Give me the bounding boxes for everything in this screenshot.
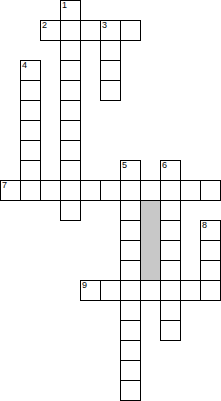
crossword-cell-r11c6[interactable]: [120, 220, 141, 241]
crossword-cell-r14c10[interactable]: [200, 280, 221, 301]
crossword-cell-r4c5[interactable]: [100, 80, 121, 101]
crossword-cell-r9c3[interactable]: [60, 180, 81, 201]
crossword-cell-r4c1[interactable]: [20, 80, 41, 101]
crossword-cell-r9c6[interactable]: [120, 180, 141, 201]
crossword-cell-r10c8[interactable]: [160, 200, 181, 221]
crossword-cell-r7c1[interactable]: [20, 140, 41, 161]
crossword-cell-r9c10[interactable]: [200, 180, 221, 201]
crossword-cell-r14c6[interactable]: [120, 280, 141, 301]
crossword-cell-r5c3[interactable]: [60, 100, 81, 121]
crossword-cell-r12c10[interactable]: [200, 240, 221, 261]
crossword-cell-r14c8[interactable]: [160, 280, 181, 301]
crossword-cell-r13c8[interactable]: [160, 260, 181, 281]
clue-number-6: 6: [162, 161, 167, 170]
crossword-cell-r8c3[interactable]: [60, 160, 81, 181]
crossword-cell-r9c0[interactable]: 7: [0, 180, 21, 201]
crossword-cell-r15c6[interactable]: [120, 300, 141, 321]
clue-number-8: 8: [202, 221, 207, 230]
crossword-cell-r8c6[interactable]: 5: [120, 160, 141, 181]
crossword-cell-r14c5[interactable]: [100, 280, 121, 301]
crossword-cell-r12c8[interactable]: [160, 240, 181, 261]
clue-number-2: 2: [42, 21, 47, 30]
crossword-cell-r9c1[interactable]: [20, 180, 41, 201]
crossword-cell-r7c3[interactable]: [60, 140, 81, 161]
crossword-cell-r4c3[interactable]: [60, 80, 81, 101]
crossword-grid: 123456789: [0, 0, 221, 401]
crossword-cell-r16c8[interactable]: [160, 320, 181, 341]
crossword-cell-r1c3[interactable]: [60, 20, 81, 41]
crossword-cell-r9c7[interactable]: [140, 180, 161, 201]
crossword-cell-r3c5[interactable]: [100, 60, 121, 81]
crossword-cell-r1c5[interactable]: 3: [100, 20, 121, 41]
crossword-cell-r5c1[interactable]: [20, 100, 41, 121]
clue-number-7: 7: [2, 181, 7, 190]
crossword-cell-r11c10[interactable]: 8: [200, 220, 221, 241]
crossword-cell-r19c6[interactable]: [120, 380, 141, 401]
crossword-cell-r8c8[interactable]: 6: [160, 160, 181, 181]
clue-number-4: 4: [22, 61, 27, 70]
crossword-cell-r14c7[interactable]: [140, 280, 161, 301]
crossword-cell-r14c4[interactable]: 9: [80, 280, 101, 301]
crossword-cell-r8c1[interactable]: [20, 160, 41, 181]
crossword-cell-r12c6[interactable]: [120, 240, 141, 261]
crossword-cell-r3c3[interactable]: [60, 60, 81, 81]
crossword-cell-r9c2[interactable]: [40, 180, 61, 201]
crossword-cell-r9c4[interactable]: [80, 180, 101, 201]
crossword-cell-r9c5[interactable]: [100, 180, 121, 201]
crossword-cell-r13c6[interactable]: [120, 260, 141, 281]
crossword-cell-r9c9[interactable]: [180, 180, 201, 201]
crossword-cell-r1c4[interactable]: [80, 20, 101, 41]
clue-number-3: 3: [102, 21, 107, 30]
clue-number-9: 9: [82, 281, 87, 290]
crossword-cell-r18c6[interactable]: [120, 360, 141, 381]
shaded-word-slot[interactable]: [140, 200, 161, 281]
crossword-cell-r17c6[interactable]: [120, 340, 141, 361]
crossword-cell-r1c6[interactable]: [120, 20, 141, 41]
crossword-cell-r2c5[interactable]: [100, 40, 121, 61]
crossword-cell-r11c8[interactable]: [160, 220, 181, 241]
crossword-cell-r0c3[interactable]: 1: [60, 0, 81, 21]
crossword-cell-r2c3[interactable]: [60, 40, 81, 61]
crossword-cell-r10c6[interactable]: [120, 200, 141, 221]
crossword-cell-r9c8[interactable]: [160, 180, 181, 201]
crossword-cell-r6c1[interactable]: [20, 120, 41, 141]
crossword-cell-r15c8[interactable]: [160, 300, 181, 321]
crossword-cell-r10c3[interactable]: [60, 200, 81, 221]
clue-number-5: 5: [122, 161, 127, 170]
crossword-cell-r14c9[interactable]: [180, 280, 201, 301]
crossword-cell-r6c3[interactable]: [60, 120, 81, 141]
crossword-cell-r3c1[interactable]: 4: [20, 60, 41, 81]
crossword-cell-r13c10[interactable]: [200, 260, 221, 281]
clue-number-1: 1: [62, 1, 67, 10]
crossword-cell-r1c2[interactable]: 2: [40, 20, 61, 41]
crossword-cell-r16c6[interactable]: [120, 320, 141, 341]
